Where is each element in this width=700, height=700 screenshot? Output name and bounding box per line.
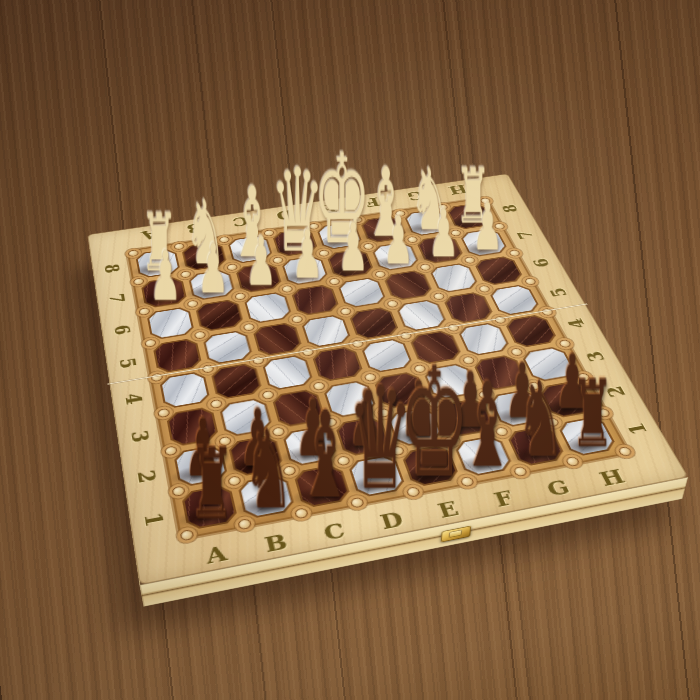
chess-board: ABCDEFGH ABCDEFGH 87654321 87654321 ♜♞♝♛…	[87, 174, 688, 585]
square-e6	[336, 276, 387, 309]
square-d6	[290, 283, 341, 316]
square-a6	[146, 306, 195, 341]
square-g6	[428, 262, 480, 294]
square-f6	[382, 269, 434, 301]
brass-clasp	[440, 525, 471, 542]
square-marble	[444, 292, 493, 323]
square-a1: ♜	[181, 484, 239, 531]
square-a7: ♟	[140, 276, 188, 309]
square-b6	[195, 298, 245, 332]
square-c6	[243, 291, 293, 325]
rank-label-left-6: 6	[95, 313, 150, 347]
table-surface: ABCDEFGH ABCDEFGH 87654321 87654321 ♜♞♝♛…	[0, 0, 700, 700]
rank-label-left-7: 7	[91, 282, 144, 314]
